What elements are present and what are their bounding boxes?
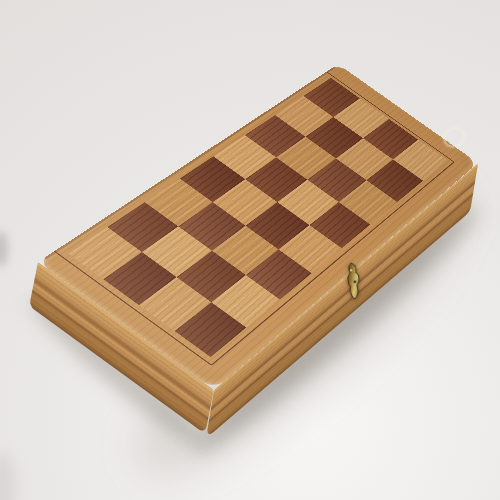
background-smudge [0, 231, 8, 267]
background-smudge [0, 452, 16, 500]
photo-scene: Angled overhead photograph of a closed f… [0, 0, 500, 500]
